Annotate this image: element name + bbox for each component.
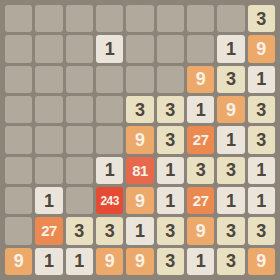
tile-1: 1 bbox=[35, 248, 62, 275]
tile-3: 3 bbox=[157, 248, 184, 275]
tile-243: 243 bbox=[96, 187, 123, 214]
tile-3: 3 bbox=[126, 96, 153, 123]
game-board[interactable]: 3119931331939327131811331124391271127331… bbox=[0, 0, 280, 280]
empty-cell bbox=[187, 35, 214, 62]
empty-cell bbox=[5, 5, 32, 32]
empty-cell bbox=[187, 5, 214, 32]
empty-cell bbox=[35, 96, 62, 123]
empty-cell bbox=[66, 126, 93, 153]
tile-3: 3 bbox=[217, 66, 244, 93]
empty-cell bbox=[217, 5, 244, 32]
tile-1: 1 bbox=[217, 126, 244, 153]
empty-cell bbox=[126, 5, 153, 32]
tile-3: 3 bbox=[187, 157, 214, 184]
tile-3: 3 bbox=[217, 157, 244, 184]
tile-9: 9 bbox=[248, 248, 275, 275]
empty-cell bbox=[5, 66, 32, 93]
empty-cell bbox=[5, 96, 32, 123]
empty-cell bbox=[96, 5, 123, 32]
tile-9: 9 bbox=[126, 187, 153, 214]
tile-3: 3 bbox=[217, 217, 244, 244]
empty-cell bbox=[35, 66, 62, 93]
empty-cell bbox=[35, 5, 62, 32]
empty-cell bbox=[126, 66, 153, 93]
tile-27: 27 bbox=[35, 217, 62, 244]
empty-cell bbox=[35, 35, 62, 62]
empty-cell bbox=[66, 5, 93, 32]
tile-3: 3 bbox=[157, 96, 184, 123]
tile-3: 3 bbox=[248, 5, 275, 32]
empty-cell bbox=[66, 187, 93, 214]
tile-1: 1 bbox=[248, 66, 275, 93]
empty-cell bbox=[96, 96, 123, 123]
empty-cell bbox=[5, 217, 32, 244]
tile-9: 9 bbox=[126, 126, 153, 153]
empty-cell bbox=[5, 126, 32, 153]
tile-3: 3 bbox=[157, 126, 184, 153]
tile-9: 9 bbox=[187, 217, 214, 244]
empty-cell bbox=[5, 157, 32, 184]
empty-cell bbox=[66, 35, 93, 62]
tile-3: 3 bbox=[248, 96, 275, 123]
tile-27: 27 bbox=[187, 187, 214, 214]
tile-9: 9 bbox=[5, 248, 32, 275]
tile-1: 1 bbox=[157, 157, 184, 184]
tile-1: 1 bbox=[96, 157, 123, 184]
empty-cell bbox=[66, 66, 93, 93]
tile-9: 9 bbox=[96, 248, 123, 275]
tile-1: 1 bbox=[187, 248, 214, 275]
empty-cell bbox=[35, 126, 62, 153]
tile-1: 1 bbox=[157, 187, 184, 214]
tile-9: 9 bbox=[187, 66, 214, 93]
tile-81: 81 bbox=[126, 157, 153, 184]
empty-cell bbox=[35, 157, 62, 184]
empty-cell bbox=[96, 66, 123, 93]
tile-1: 1 bbox=[248, 187, 275, 214]
tile-3: 3 bbox=[157, 217, 184, 244]
tile-9: 9 bbox=[248, 35, 275, 62]
tile-1: 1 bbox=[96, 35, 123, 62]
tile-1: 1 bbox=[66, 248, 93, 275]
tile-1: 1 bbox=[187, 96, 214, 123]
tile-27: 27 bbox=[187, 126, 214, 153]
empty-cell bbox=[5, 35, 32, 62]
empty-cell bbox=[66, 157, 93, 184]
empty-cell bbox=[5, 187, 32, 214]
tile-1: 1 bbox=[217, 35, 244, 62]
tile-1: 1 bbox=[248, 157, 275, 184]
tile-1: 1 bbox=[35, 187, 62, 214]
tile-3: 3 bbox=[217, 248, 244, 275]
tile-3: 3 bbox=[248, 126, 275, 153]
tile-1: 1 bbox=[217, 187, 244, 214]
empty-cell bbox=[157, 35, 184, 62]
tile-9: 9 bbox=[217, 96, 244, 123]
tile-3: 3 bbox=[66, 217, 93, 244]
tile-9: 9 bbox=[126, 248, 153, 275]
empty-cell bbox=[66, 96, 93, 123]
tile-1: 1 bbox=[126, 217, 153, 244]
empty-cell bbox=[157, 66, 184, 93]
tile-3: 3 bbox=[96, 217, 123, 244]
tile-3: 3 bbox=[248, 217, 275, 244]
empty-cell bbox=[96, 126, 123, 153]
empty-cell bbox=[126, 35, 153, 62]
empty-cell bbox=[157, 5, 184, 32]
